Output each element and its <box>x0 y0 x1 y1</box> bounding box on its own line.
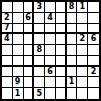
sudoku-cell-r3c4[interactable] <box>34 24 45 35</box>
sudoku-cell-r6c9[interactable] <box>88 56 99 67</box>
sudoku-cell-r7c7[interactable] <box>67 67 78 78</box>
sudoku-cell-r7c3[interactable] <box>24 67 35 78</box>
sudoku-cell-r6c3[interactable] <box>24 56 35 67</box>
sudoku-cell-r9c3[interactable] <box>24 88 35 99</box>
sudoku-cell-r3c3[interactable] <box>24 24 35 35</box>
sudoku-cell-r5c2[interactable] <box>13 45 24 56</box>
sudoku-cell-r2c3[interactable]: 6 <box>24 13 35 24</box>
sudoku-cell-r6c2[interactable] <box>13 56 24 67</box>
sudoku-cell-r2c5[interactable]: 4 <box>45 13 56 24</box>
sudoku-cell-r3c8[interactable] <box>77 24 88 35</box>
sudoku-cell-r5c1[interactable] <box>2 45 13 56</box>
sudoku-cell-r8c2[interactable]: 9 <box>13 77 24 88</box>
sudoku-cell-r9c6[interactable] <box>56 88 67 99</box>
sudoku-cell-r2c2[interactable] <box>13 13 24 24</box>
sudoku-cell-r4c6[interactable] <box>56 34 67 45</box>
sudoku-cell-r6c8[interactable] <box>77 56 88 67</box>
sudoku-cell-r4c5[interactable] <box>45 34 56 45</box>
sudoku-cell-r1c8[interactable]: 1 <box>77 2 88 13</box>
sudoku-cell-r1c2[interactable] <box>13 2 24 13</box>
sudoku-cell-r1c4[interactable]: 3 <box>34 2 45 13</box>
sudoku-cell-r1c1[interactable] <box>2 2 13 13</box>
sudoku-cell-r2c4[interactable] <box>34 13 45 24</box>
sudoku-cell-r6c6[interactable] <box>56 56 67 67</box>
sudoku-cell-r5c4[interactable]: 8 <box>34 45 45 56</box>
sudoku-cell-r8c9[interactable] <box>88 77 99 88</box>
sudoku-cell-r8c6[interactable] <box>56 77 67 88</box>
sudoku-cell-r5c7[interactable] <box>67 45 78 56</box>
sudoku-cell-r3c7[interactable] <box>67 24 78 35</box>
sudoku-cell-r8c8[interactable] <box>77 77 88 88</box>
sudoku-cell-r9c9[interactable] <box>88 88 99 99</box>
sudoku-cell-r3c1[interactable]: 7 <box>2 24 13 35</box>
sudoku-cell-r8c1[interactable] <box>2 77 13 88</box>
sudoku-cell-r9c5[interactable] <box>45 88 56 99</box>
sudoku-cell-r7c1[interactable] <box>2 67 13 78</box>
sudoku-cell-r8c4[interactable] <box>34 77 45 88</box>
sudoku-board: 38126474268629115 <box>0 0 101 101</box>
sudoku-cell-r5c5[interactable] <box>45 45 56 56</box>
sudoku-cell-r6c4[interactable] <box>34 56 45 67</box>
sudoku-cell-r4c3[interactable] <box>24 34 35 45</box>
sudoku-cell-r6c5[interactable] <box>45 56 56 67</box>
sudoku-cell-r7c9[interactable]: 2 <box>88 67 99 78</box>
sudoku-cell-r7c5[interactable]: 6 <box>45 67 56 78</box>
sudoku-cell-r4c9[interactable]: 6 <box>88 34 99 45</box>
sudoku-cell-r4c8[interactable]: 2 <box>77 34 88 45</box>
sudoku-cell-r2c6[interactable] <box>56 13 67 24</box>
sudoku-cell-r1c9[interactable] <box>88 2 99 13</box>
sudoku-cell-r6c1[interactable] <box>2 56 13 67</box>
sudoku-cell-r5c9[interactable] <box>88 45 99 56</box>
sudoku-cell-r6c7[interactable] <box>67 56 78 67</box>
sudoku-cell-r9c4[interactable]: 5 <box>34 88 45 99</box>
sudoku-cell-r3c2[interactable] <box>13 24 24 35</box>
sudoku-cell-r3c6[interactable] <box>56 24 67 35</box>
sudoku-cell-r4c7[interactable] <box>67 34 78 45</box>
sudoku-cell-r9c7[interactable] <box>67 88 78 99</box>
sudoku-cell-r4c2[interactable] <box>13 34 24 45</box>
sudoku-cell-r3c5[interactable] <box>45 24 56 35</box>
sudoku-cell-r1c3[interactable] <box>24 2 35 13</box>
sudoku-cell-r1c5[interactable] <box>45 2 56 13</box>
sudoku-cell-r3c9[interactable] <box>88 24 99 35</box>
sudoku-cell-r5c6[interactable] <box>56 45 67 56</box>
sudoku-cell-r8c7[interactable]: 1 <box>67 77 78 88</box>
sudoku-cell-r5c3[interactable] <box>24 45 35 56</box>
sudoku-cell-r2c1[interactable]: 2 <box>2 13 13 24</box>
sudoku-cell-r7c2[interactable] <box>13 67 24 78</box>
sudoku-cell-r5c8[interactable] <box>77 45 88 56</box>
sudoku-cell-r1c7[interactable]: 8 <box>67 2 78 13</box>
sudoku-cell-r2c8[interactable] <box>77 13 88 24</box>
sudoku-cell-r8c3[interactable] <box>24 77 35 88</box>
sudoku-cell-r2c9[interactable] <box>88 13 99 24</box>
sudoku-cell-r9c8[interactable] <box>77 88 88 99</box>
sudoku-cell-r9c1[interactable] <box>2 88 13 99</box>
sudoku-cell-r8c5[interactable] <box>45 77 56 88</box>
sudoku-cell-r1c6[interactable] <box>56 2 67 13</box>
sudoku-cell-r2c7[interactable] <box>67 13 78 24</box>
sudoku-cell-r4c1[interactable]: 4 <box>2 34 13 45</box>
sudoku-cell-r4c4[interactable] <box>34 34 45 45</box>
sudoku-cell-r7c8[interactable] <box>77 67 88 78</box>
sudoku-cell-r9c2[interactable]: 1 <box>13 88 24 99</box>
sudoku-cell-r7c6[interactable] <box>56 67 67 78</box>
sudoku-cell-r7c4[interactable] <box>34 67 45 78</box>
